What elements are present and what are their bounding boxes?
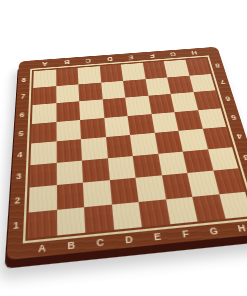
square-e5 xyxy=(128,114,155,135)
coordinate-label-bottom-a: A xyxy=(27,240,57,258)
coordinate-label-left-3: 3 xyxy=(11,165,26,189)
square-h6 xyxy=(193,90,221,110)
square-b2 xyxy=(56,183,84,210)
square-d2 xyxy=(109,178,138,204)
square-d4 xyxy=(106,135,133,158)
coordinate-label-bottom-g: G xyxy=(198,223,229,240)
square-h7 xyxy=(189,74,216,92)
square-c3 xyxy=(82,158,109,183)
square-b5 xyxy=(56,120,81,142)
square-a5 xyxy=(31,122,56,144)
playing-field xyxy=(23,55,247,243)
square-e2 xyxy=(135,175,165,201)
square-c6 xyxy=(79,99,104,119)
square-h3 xyxy=(207,147,238,171)
coordinate-label-bottom-b: B xyxy=(57,237,86,255)
square-h2 xyxy=(213,168,245,194)
square-b6 xyxy=(56,101,80,121)
square-a8 xyxy=(33,69,56,87)
square-a3 xyxy=(30,162,57,187)
coordinate-label-left-6: 6 xyxy=(15,105,29,125)
square-d5 xyxy=(104,116,130,137)
coordinate-label-left-8: 8 xyxy=(17,71,30,88)
square-c4 xyxy=(81,137,107,160)
square-d8 xyxy=(99,65,123,83)
square-a1 xyxy=(28,209,57,238)
square-e6 xyxy=(125,96,151,116)
coordinate-label-left-1: 1 xyxy=(8,212,25,240)
coordinate-label-bottom-f: F xyxy=(170,226,201,243)
board-perspective-wrap: ABCDEFGH ABCDEFGH 87654321 87654321 xyxy=(6,47,247,260)
coordinate-label-bottom-d: D xyxy=(114,231,144,249)
square-e4 xyxy=(130,133,158,156)
square-a7 xyxy=(33,86,56,105)
square-h4 xyxy=(202,127,232,149)
square-a6 xyxy=(32,103,56,123)
chess-board: ABCDEFGH ABCDEFGH 87654321 87654321 xyxy=(6,47,247,260)
square-h8 xyxy=(185,58,211,75)
coordinate-label-left-2: 2 xyxy=(9,188,25,214)
square-d3 xyxy=(107,156,135,181)
square-c2 xyxy=(83,180,111,207)
square-c5 xyxy=(80,118,106,140)
square-c8 xyxy=(78,66,101,84)
coordinate-label-bottom-c: C xyxy=(85,234,115,252)
square-h5 xyxy=(198,108,227,129)
coordinate-label-left-5: 5 xyxy=(14,124,28,145)
square-e8 xyxy=(121,63,145,81)
square-c1 xyxy=(84,204,114,233)
square-b4 xyxy=(56,139,82,162)
coordinate-label-left-7: 7 xyxy=(16,88,29,106)
board-squares xyxy=(28,58,247,238)
square-b8 xyxy=(56,68,79,86)
square-e1 xyxy=(139,199,170,227)
square-d7 xyxy=(101,81,125,100)
square-b1 xyxy=(56,207,85,236)
square-b7 xyxy=(56,84,79,103)
square-d6 xyxy=(102,98,127,118)
square-e7 xyxy=(123,79,148,98)
square-a2 xyxy=(29,185,57,212)
square-c7 xyxy=(78,82,102,101)
coordinate-label-left-4: 4 xyxy=(12,144,27,167)
square-d1 xyxy=(111,202,141,230)
square-a4 xyxy=(30,141,56,164)
square-e3 xyxy=(133,153,162,177)
square-b3 xyxy=(56,160,83,185)
coordinate-label-bottom-e: E xyxy=(142,229,173,246)
coordinate-label-bottom-h: H xyxy=(226,220,247,237)
photo-scene: ABCDEFGH ABCDEFGH 87654321 87654321 xyxy=(0,0,247,296)
